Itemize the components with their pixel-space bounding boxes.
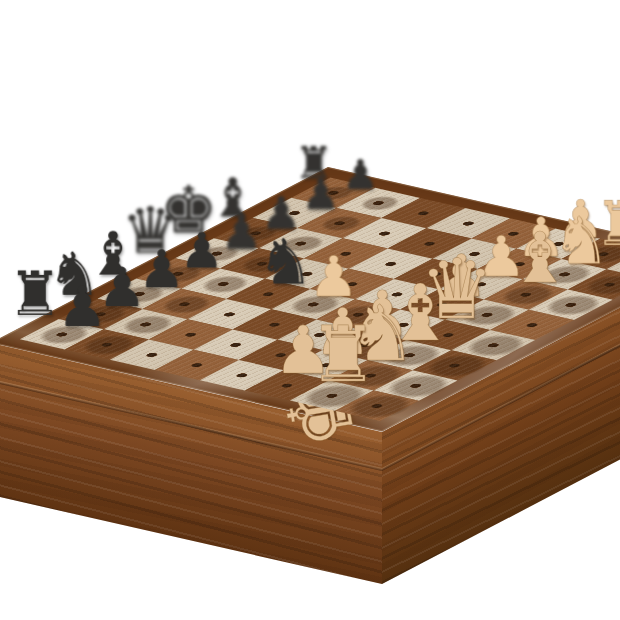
peg-hole (227, 341, 245, 348)
peg-hole (407, 382, 425, 389)
peg-hole (382, 261, 400, 268)
black-knight[interactable]: ♞ (257, 231, 313, 294)
peg-hole (484, 342, 502, 349)
peg-hole (98, 341, 116, 348)
black-pawn[interactable]: ♟ (220, 209, 262, 256)
peg-hole (459, 220, 477, 227)
black-pawn[interactable]: ♟ (301, 173, 340, 216)
peg-hole (143, 351, 161, 358)
peg-hole (331, 220, 349, 227)
peg-hole (562, 301, 580, 308)
peg-hole (601, 281, 619, 288)
peg-hole (214, 281, 232, 288)
white-rook[interactable]: ♜ (309, 316, 378, 393)
peg-hole (445, 362, 463, 369)
peg-hole (233, 372, 251, 379)
black-pawn[interactable]: ♟ (180, 226, 224, 275)
peg-hole (182, 331, 200, 338)
peg-hole (369, 200, 387, 207)
peg-hole (175, 301, 193, 308)
peg-hole (137, 321, 155, 328)
peg-hole (368, 403, 386, 410)
black-pawn[interactable]: ♟ (57, 279, 107, 335)
peg-hole (376, 230, 394, 237)
peg-hole (414, 210, 432, 217)
peg-hole (220, 311, 238, 318)
chess-set-photo: ♜♟♟♜♟♟♞♝♟♟♝♚♟♟♛♟♞♟♛♝♟♚♟♝♞♟♟♞♜♟♟♜ (0, 0, 620, 620)
peg-hole (523, 322, 541, 329)
black-pawn[interactable]: ♟ (342, 155, 379, 196)
peg-hole (188, 362, 206, 369)
white-bishop[interactable]: ♝ (509, 223, 572, 293)
black-rook[interactable]: ♜ (8, 263, 63, 324)
